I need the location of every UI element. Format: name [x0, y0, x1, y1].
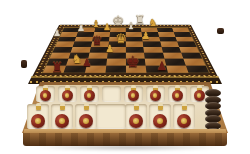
stored-piece-finial	[36, 103, 41, 110]
chess-board	[32, 24, 218, 77]
board-squares	[42, 27, 210, 73]
board-square	[64, 65, 86, 72]
stored-piece-base	[153, 114, 167, 128]
box-shadow	[30, 144, 226, 151]
stored-piece-base	[62, 90, 73, 101]
board-frame	[32, 25, 218, 77]
board-square	[126, 65, 147, 72]
stored-piece-base	[31, 114, 45, 128]
stored-piece-base	[84, 90, 95, 101]
stored-piece-base	[194, 90, 205, 101]
gold-emblem	[131, 93, 136, 98]
board-square	[186, 65, 209, 72]
stored-piece-finial	[60, 103, 65, 110]
right-clasp	[217, 28, 224, 34]
board-square	[85, 65, 107, 72]
gold-emblem	[59, 118, 65, 124]
board-square	[86, 59, 107, 66]
board-square	[146, 65, 168, 72]
stored-piece-base	[79, 114, 93, 128]
gold-emblem	[65, 93, 70, 98]
stored-piece-finial	[158, 103, 163, 110]
tray-slot	[102, 86, 121, 102]
stored-piece-finial	[134, 103, 139, 110]
stored-piece-finial	[182, 103, 187, 110]
gold-emblem	[181, 118, 187, 124]
stored-piece-base	[172, 90, 183, 101]
gold-emblem	[35, 118, 41, 124]
board-square	[164, 59, 185, 66]
board-square	[106, 59, 126, 66]
board-square	[183, 59, 205, 66]
stored-piece-finial	[84, 103, 89, 110]
chess-box-photo: ♚♜♝♞♝♟♟♟♟♛♟♞♛♟♚♟♜	[0, 0, 250, 154]
gold-emblem	[153, 93, 158, 98]
stored-piece-base	[40, 90, 51, 101]
gold-emblem	[133, 118, 139, 124]
board-square	[166, 65, 188, 72]
stored-piece-base	[128, 90, 139, 101]
tray-slot	[96, 104, 126, 129]
board-square	[126, 59, 146, 66]
gold-emblem	[83, 118, 89, 124]
gold-emblem	[197, 93, 202, 98]
gold-emblem	[175, 93, 180, 98]
gold-emblem	[43, 93, 48, 98]
stored-piece-base	[55, 114, 69, 128]
board-square	[66, 59, 87, 66]
stored-piece-base	[129, 114, 143, 128]
board-square	[145, 59, 166, 66]
gold-emblem	[157, 118, 163, 124]
gold-emblem	[87, 93, 92, 98]
board-square	[105, 65, 126, 72]
stored-piece-base	[177, 114, 191, 128]
left-clasp	[21, 60, 27, 68]
stored-piece-base	[150, 90, 161, 101]
